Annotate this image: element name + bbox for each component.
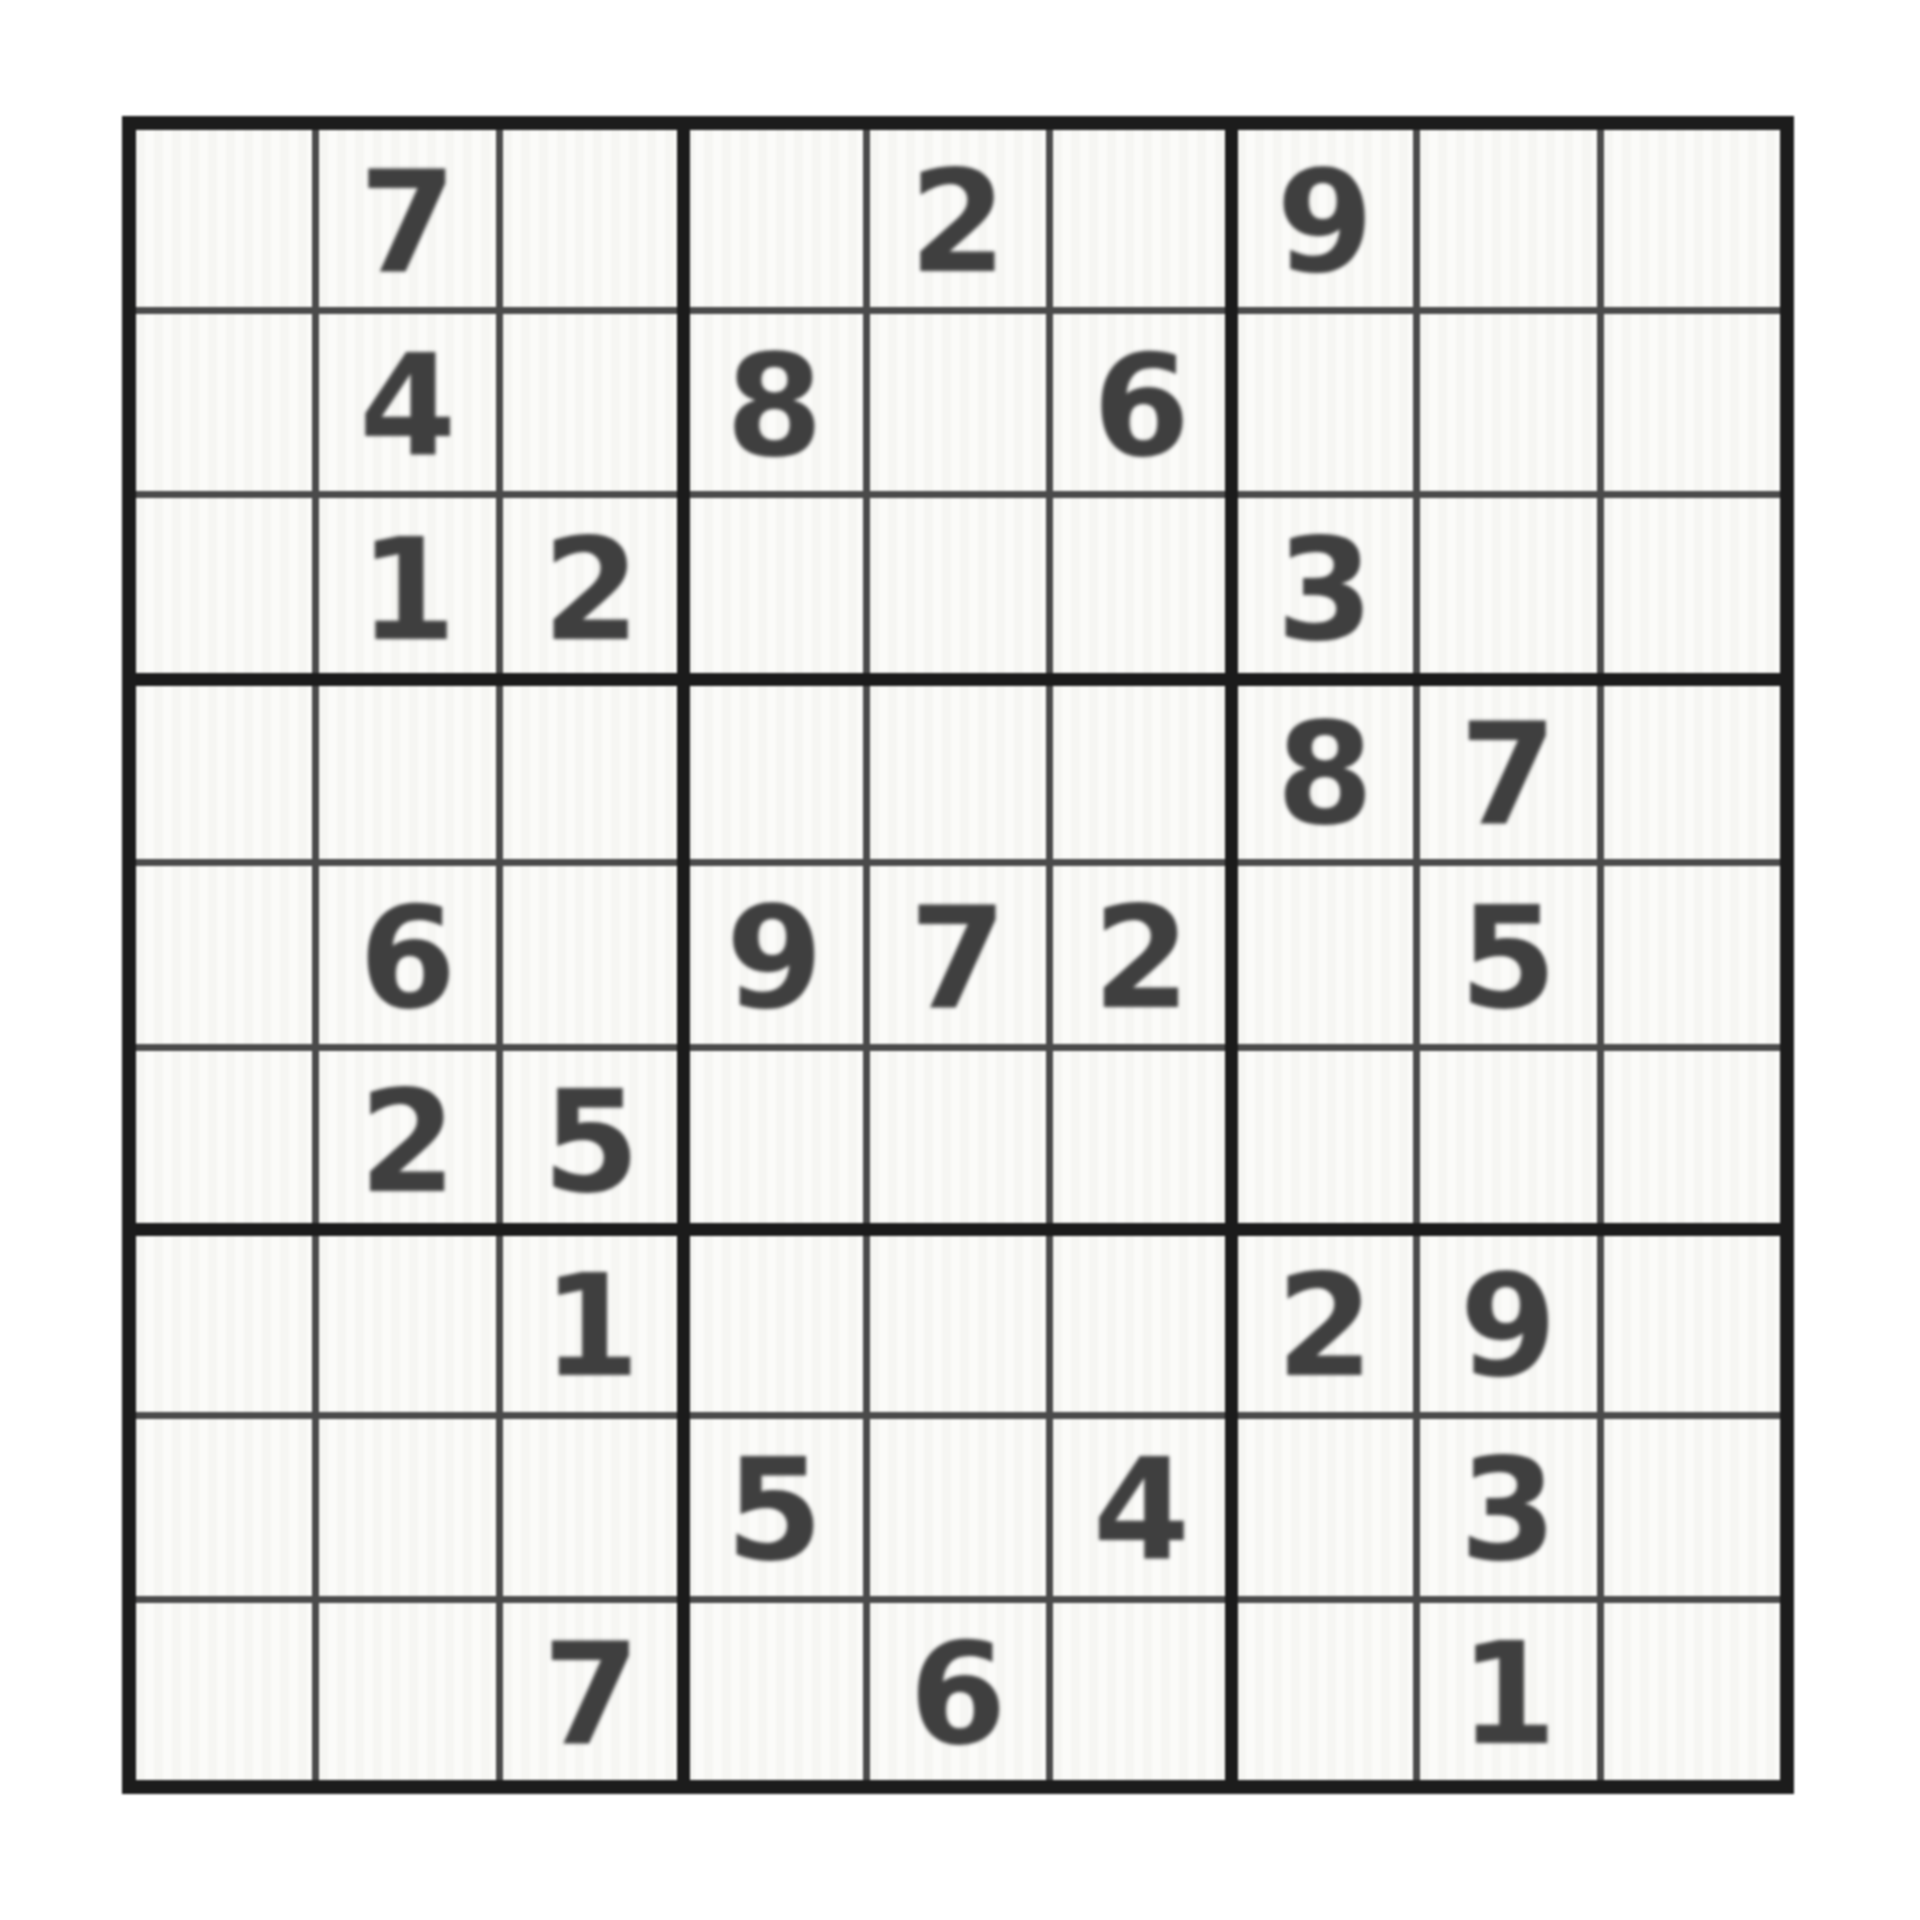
cell-r7c8[interactable]: 9 [1420, 1235, 1596, 1412]
cell-r9c1[interactable] [136, 1603, 312, 1780]
sudoku-grid: 729486123876972525129543761 [136, 130, 1780, 1780]
cell-r2c7[interactable] [1237, 314, 1413, 491]
cell-r6c8[interactable] [1420, 1051, 1596, 1228]
cell-r1c8[interactable] [1420, 130, 1596, 307]
cell-r5c5[interactable]: 7 [870, 866, 1046, 1043]
cell-r1c9[interactable] [1604, 130, 1780, 307]
cell-r2c5[interactable] [870, 314, 1046, 491]
box-divider-horizontal-2 [136, 1223, 1780, 1236]
cell-r9c4[interactable] [686, 1603, 862, 1780]
cell-r4c9[interactable] [1604, 682, 1780, 859]
cell-r4c6[interactable] [1053, 682, 1229, 859]
cell-r7c4[interactable] [686, 1235, 862, 1412]
cell-r6c2[interactable]: 2 [319, 1051, 495, 1228]
cell-r9c5[interactable]: 6 [870, 1603, 1046, 1780]
cell-r7c1[interactable] [136, 1235, 312, 1412]
cell-r4c3[interactable] [503, 682, 679, 859]
cell-r6c9[interactable] [1604, 1051, 1780, 1228]
cell-r9c8[interactable]: 1 [1420, 1603, 1596, 1780]
cell-r7c3[interactable]: 1 [503, 1235, 679, 1412]
given-digit: 2 [359, 1073, 456, 1213]
given-digit: 5 [1460, 889, 1557, 1029]
cell-r6c6[interactable] [1053, 1051, 1229, 1228]
cell-r7c7[interactable]: 2 [1237, 1235, 1413, 1412]
cell-r5c4[interactable]: 9 [686, 866, 862, 1043]
cell-r6c5[interactable] [870, 1051, 1046, 1228]
cell-r9c7[interactable] [1237, 1603, 1413, 1780]
given-digit: 3 [1276, 521, 1373, 661]
box-divider-vertical-2 [1225, 130, 1238, 1780]
cell-r4c5[interactable] [870, 682, 1046, 859]
page: 729486123876972525129543761 [0, 0, 1920, 1920]
cell-r9c6[interactable] [1053, 1603, 1229, 1780]
cell-r1c4[interactable] [686, 130, 862, 307]
cell-r3c2[interactable]: 1 [319, 498, 495, 675]
given-digit: 5 [726, 1441, 823, 1581]
cell-r6c7[interactable] [1237, 1051, 1413, 1228]
given-digit: 8 [1276, 705, 1373, 845]
cell-r9c3[interactable]: 7 [503, 1603, 679, 1780]
cell-r8c2[interactable] [319, 1419, 495, 1596]
cell-r4c8[interactable]: 7 [1420, 682, 1596, 859]
cell-r4c2[interactable] [319, 682, 495, 859]
cell-r3c3[interactable]: 2 [503, 498, 679, 675]
cell-r2c2[interactable]: 4 [319, 314, 495, 491]
cell-r5c7[interactable] [1237, 866, 1413, 1043]
given-digit: 1 [1460, 1625, 1557, 1765]
cell-r8c6[interactable]: 4 [1053, 1419, 1229, 1596]
given-digit: 4 [1093, 1441, 1190, 1581]
cell-r4c4[interactable] [686, 682, 862, 859]
cell-r1c5[interactable]: 2 [870, 130, 1046, 307]
cell-r8c8[interactable]: 3 [1420, 1419, 1596, 1596]
cell-r6c3[interactable]: 5 [503, 1051, 679, 1228]
given-digit: 6 [359, 889, 456, 1029]
cell-r6c1[interactable] [136, 1051, 312, 1228]
cell-r3c9[interactable] [1604, 498, 1780, 675]
given-digit: 7 [1460, 705, 1557, 845]
cell-r1c1[interactable] [136, 130, 312, 307]
cell-r1c7[interactable]: 9 [1237, 130, 1413, 307]
cell-r1c2[interactable]: 7 [319, 130, 495, 307]
given-digit: 2 [1276, 1257, 1373, 1397]
cell-r7c6[interactable] [1053, 1235, 1229, 1412]
cell-r7c2[interactable] [319, 1235, 495, 1412]
cell-r6c4[interactable] [686, 1051, 862, 1228]
given-digit: 1 [542, 1257, 639, 1397]
given-digit: 3 [1460, 1441, 1557, 1581]
cell-r2c8[interactable] [1420, 314, 1596, 491]
cell-r8c1[interactable] [136, 1419, 312, 1596]
given-digit: 6 [909, 1625, 1006, 1765]
cell-r2c6[interactable]: 6 [1053, 314, 1229, 491]
cell-r5c8[interactable]: 5 [1420, 866, 1596, 1043]
cell-r1c6[interactable] [1053, 130, 1229, 307]
cell-r8c7[interactable] [1237, 1419, 1413, 1596]
cell-r4c7[interactable]: 8 [1237, 682, 1413, 859]
given-digit: 2 [909, 153, 1006, 293]
cell-r5c9[interactable] [1604, 866, 1780, 1043]
cell-r3c8[interactable] [1420, 498, 1596, 675]
cell-r2c3[interactable] [503, 314, 679, 491]
cell-r8c3[interactable] [503, 1419, 679, 1596]
box-divider-horizontal-1 [136, 673, 1780, 686]
cell-r5c6[interactable]: 2 [1053, 866, 1229, 1043]
given-digit: 5 [542, 1073, 639, 1213]
cell-r4c1[interactable] [136, 682, 312, 859]
given-digit: 4 [359, 337, 456, 477]
cell-r7c5[interactable] [870, 1235, 1046, 1412]
cell-r5c3[interactable] [503, 866, 679, 1043]
cell-r8c4[interactable]: 5 [686, 1419, 862, 1596]
cell-r5c1[interactable] [136, 866, 312, 1043]
cell-r3c1[interactable] [136, 498, 312, 675]
cell-r1c3[interactable] [503, 130, 679, 307]
cell-r3c5[interactable] [870, 498, 1046, 675]
sudoku-board: 729486123876972525129543761 [122, 116, 1794, 1794]
cell-r8c9[interactable] [1604, 1419, 1780, 1596]
given-digit: 1 [359, 521, 456, 661]
given-digit: 7 [909, 889, 1006, 1029]
given-digit: 7 [542, 1625, 639, 1765]
given-digit: 9 [1460, 1257, 1557, 1397]
cell-r9c9[interactable] [1604, 1603, 1780, 1780]
given-digit: 2 [1093, 889, 1190, 1029]
given-digit: 8 [726, 337, 823, 477]
given-digit: 9 [726, 889, 823, 1029]
cell-r3c4[interactable] [686, 498, 862, 675]
cell-r9c2[interactable] [319, 1603, 495, 1780]
cell-r5c2[interactable]: 6 [319, 866, 495, 1043]
given-digit: 7 [359, 153, 456, 293]
cell-r2c1[interactable] [136, 314, 312, 491]
given-digit: 2 [542, 521, 639, 661]
given-digit: 6 [1093, 337, 1190, 477]
cell-r2c4[interactable]: 8 [686, 314, 862, 491]
box-divider-vertical-1 [677, 130, 690, 1780]
cell-r2c9[interactable] [1604, 314, 1780, 491]
cell-r7c9[interactable] [1604, 1235, 1780, 1412]
given-digit: 9 [1276, 153, 1373, 293]
cell-r8c5[interactable] [870, 1419, 1046, 1596]
cell-r3c7[interactable]: 3 [1237, 498, 1413, 675]
cell-r3c6[interactable] [1053, 498, 1229, 675]
